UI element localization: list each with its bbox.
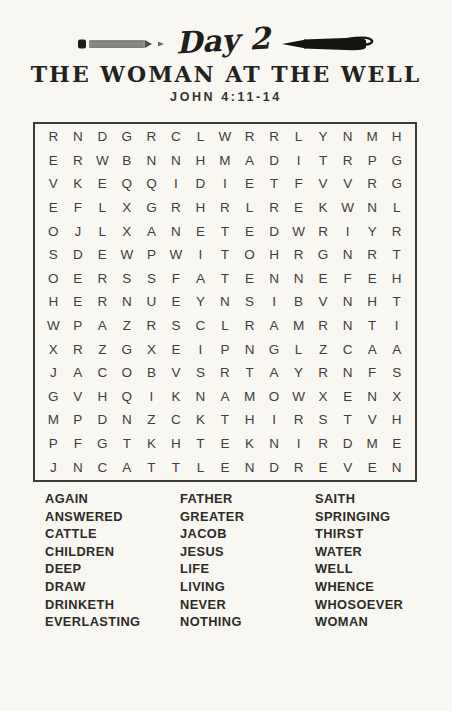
grid-cell-r7c11[interactable]: N <box>286 267 311 291</box>
word-item[interactable]: ANSWERED <box>45 508 180 526</box>
page-title: THE WOMAN AT THE WELL <box>0 61 452 87</box>
grid-cell-r1c15[interactable]: H <box>384 125 409 149</box>
grid-cell-r15c13[interactable]: V <box>335 455 360 479</box>
grid-cell-r5c1[interactable]: O <box>41 219 66 243</box>
grid-cell-r11c1[interactable]: J <box>41 361 66 385</box>
grid-cell-r4c8[interactable]: R <box>213 196 238 220</box>
grid-cell-r10c12[interactable]: Z <box>311 337 336 361</box>
grid-cell-r7c7[interactable]: A <box>188 267 213 291</box>
grid-cell-r5c6[interactable]: N <box>164 219 189 243</box>
grid-cell-r15c4[interactable]: A <box>115 455 140 479</box>
grid-cell-r8c9[interactable]: S <box>237 290 262 314</box>
grid-cell-r8c12[interactable]: V <box>311 290 336 314</box>
grid-cell-r5c11[interactable]: W <box>286 219 311 243</box>
header: Day 2 <box>0 24 452 64</box>
scripture-reference: JOHN 4:11-14 <box>0 90 452 104</box>
word-item[interactable]: WOMAN <box>315 613 432 631</box>
grid-cell-r4c6[interactable]: R <box>164 196 189 220</box>
grid-cell-r2c2[interactable]: R <box>66 149 91 173</box>
grid-cell-r14c9[interactable]: K <box>237 432 262 456</box>
word-item[interactable]: AGAIN <box>45 490 180 508</box>
grid-cell-r9c3[interactable]: A <box>90 314 115 338</box>
word-item[interactable]: CATTLE <box>45 525 180 543</box>
grid-cell-r3c2[interactable]: K <box>66 172 91 196</box>
grid-cell-r7c10[interactable]: N <box>262 267 287 291</box>
grid-cell-r2c7[interactable]: H <box>188 149 213 173</box>
grid-cell-r6c7[interactable]: I <box>188 243 213 267</box>
pencil-icon <box>78 36 164 52</box>
grid-cell-r1c10[interactable]: R <box>262 125 287 149</box>
grid-cell-r11c15[interactable]: S <box>384 361 409 385</box>
grid-cell-r14c6[interactable]: H <box>164 432 189 456</box>
grid-cell-r7c12[interactable]: E <box>311 267 336 291</box>
grid-cell-r8c10[interactable]: I <box>262 290 287 314</box>
grid-cell-r13c6[interactable]: C <box>164 408 189 432</box>
grid-cell-r13c5[interactable]: Z <box>139 408 164 432</box>
grid-cell-r8c7[interactable]: Y <box>188 290 213 314</box>
grid-cell-r1c5[interactable]: R <box>139 125 164 149</box>
grid-cell-r3c13[interactable]: V <box>335 172 360 196</box>
grid-cell-r6c11[interactable]: R <box>286 243 311 267</box>
grid-cell-r1c2[interactable]: N <box>66 125 91 149</box>
grid-cell-r10c1[interactable]: X <box>41 337 66 361</box>
word-item[interactable]: NOTHING <box>180 613 315 631</box>
grid-cell-r2c1[interactable]: E <box>41 149 66 173</box>
grid-cell-r14c7[interactable]: T <box>188 432 213 456</box>
grid-cell-r7c8[interactable]: T <box>213 267 238 291</box>
grid-cell-r7c2[interactable]: E <box>66 267 91 291</box>
grid-cell-r1c7[interactable]: L <box>188 125 213 149</box>
grid-cell-r8c1[interactable]: H <box>41 290 66 314</box>
grid-cell-r7c1[interactable]: O <box>41 267 66 291</box>
grid-cell-r15c3[interactable]: C <box>90 455 115 479</box>
grid-cell-r15c15[interactable]: N <box>384 455 409 479</box>
grid-cell-r14c12[interactable]: R <box>311 432 336 456</box>
grid-cell-r2c4[interactable]: B <box>115 149 140 173</box>
grid-cell-r14c10[interactable]: N <box>262 432 287 456</box>
grid-cell-r7c5[interactable]: S <box>139 267 164 291</box>
grid-cell-r3c12[interactable]: V <box>311 172 336 196</box>
grid-cell-r14c2[interactable]: F <box>66 432 91 456</box>
grid-cell-r11c3[interactable]: C <box>90 361 115 385</box>
grid-cell-r9c1[interactable]: W <box>41 314 66 338</box>
word-list: AGAINANSWEREDCATTLECHILDRENDEEPDRAWDRINK… <box>45 490 432 631</box>
grid-cell-r8c8[interactable]: N <box>213 290 238 314</box>
grid-cell-r6c15[interactable]: T <box>384 243 409 267</box>
grid-cell-r15c7[interactable]: L <box>188 455 213 479</box>
grid-cell-r8c2[interactable]: E <box>66 290 91 314</box>
grid-cell-r6c3[interactable]: E <box>90 243 115 267</box>
word-item[interactable]: WELL <box>315 560 432 578</box>
grid-cell-r13c14[interactable]: V <box>360 408 385 432</box>
grid-cell-r8c5[interactable]: U <box>139 290 164 314</box>
grid-cell-r14c8[interactable]: E <box>213 432 238 456</box>
word-item[interactable]: THIRST <box>315 525 432 543</box>
grid-cell-r7c15[interactable]: H <box>384 267 409 291</box>
grid-cell-r10c10[interactable]: G <box>262 337 287 361</box>
grid-cell-r1c4[interactable]: G <box>115 125 140 149</box>
grid-cell-r11c9[interactable]: T <box>237 361 262 385</box>
puzzle-page: Day 2 THE WOMAN AT THE WELL JOHN 4:11-14… <box>0 0 452 711</box>
grid-cell-r3c1[interactable]: V <box>41 172 66 196</box>
grid-cell-r9c15[interactable]: I <box>384 314 409 338</box>
grid-cell-r13c12[interactable]: S <box>311 408 336 432</box>
grid-cell-r3c8[interactable]: I <box>213 172 238 196</box>
grid-cell-r13c7[interactable]: K <box>188 408 213 432</box>
grid-cell-r9c4[interactable]: Z <box>115 314 140 338</box>
grid-cell-r12c1[interactable]: G <box>41 385 66 409</box>
grid-cell-r4c7[interactable]: H <box>188 196 213 220</box>
grid-cell-r14c14[interactable]: M <box>360 432 385 456</box>
grid-cell-r13c3[interactable]: D <box>90 408 115 432</box>
grid-cell-r10c11[interactable]: L <box>286 337 311 361</box>
grid-cell-r3c9[interactable]: E <box>237 172 262 196</box>
grid-cell-r11c4[interactable]: O <box>115 361 140 385</box>
grid-cell-r6c9[interactable]: O <box>237 243 262 267</box>
grid-cell-r7c6[interactable]: F <box>164 267 189 291</box>
grid-cell-r5c2[interactable]: J <box>66 219 91 243</box>
grid-cell-r3c3[interactable]: E <box>90 172 115 196</box>
grid-cell-r10c4[interactable]: G <box>115 337 140 361</box>
grid-cell-r12c15[interactable]: X <box>384 385 409 409</box>
grid-cell-r12c3[interactable]: H <box>90 385 115 409</box>
grid-cell-r15c8[interactable]: E <box>213 455 238 479</box>
grid-cell-r11c14[interactable]: F <box>360 361 385 385</box>
grid-cell-r5c4[interactable]: X <box>115 219 140 243</box>
grid-cell-r5c10[interactable]: D <box>262 219 287 243</box>
grid-cell-r2c15[interactable]: G <box>384 149 409 173</box>
grid-cell-r1c14[interactable]: M <box>360 125 385 149</box>
grid-cell-r13c4[interactable]: N <box>115 408 140 432</box>
grid-cell-r14c1[interactable]: P <box>41 432 66 456</box>
grid-cell-r7c9[interactable]: E <box>237 267 262 291</box>
word-item[interactable]: DRINKETH <box>45 596 180 614</box>
grid-cell-r5c14[interactable]: Y <box>360 219 385 243</box>
grid-cell-r4c13[interactable]: W <box>335 196 360 220</box>
grid-cell-r11c6[interactable]: V <box>164 361 189 385</box>
grid-cell-r9c5[interactable]: R <box>139 314 164 338</box>
grid-cell-r5c15[interactable]: R <box>384 219 409 243</box>
grid-cell-r1c3[interactable]: D <box>90 125 115 149</box>
grid-cell-r7c4[interactable]: S <box>115 267 140 291</box>
grid-cell-r11c11[interactable]: Y <box>286 361 311 385</box>
grid-cell-r6c12[interactable]: G <box>311 243 336 267</box>
grid-cell-r15c11[interactable]: R <box>286 455 311 479</box>
grid-cell-r14c3[interactable]: G <box>90 432 115 456</box>
word-item[interactable]: DEEP <box>45 560 180 578</box>
day-label: Day 2 <box>173 23 273 64</box>
grid-cell-r10c3[interactable]: Z <box>90 337 115 361</box>
grid-cell-r11c5[interactable]: B <box>139 361 164 385</box>
grid-cell-r4c1[interactable]: E <box>41 196 66 220</box>
grid-cell-r1c8[interactable]: W <box>213 125 238 149</box>
grid-cell-r13c11[interactable]: R <box>286 408 311 432</box>
grid-cell-r10c2[interactable]: R <box>66 337 91 361</box>
word-item[interactable]: NEVER <box>180 596 315 614</box>
grid-cell-r12c9[interactable]: M <box>237 385 262 409</box>
grid-cell-r12c2[interactable]: V <box>66 385 91 409</box>
grid-cell-r4c10[interactable]: R <box>262 196 287 220</box>
grid-cell-r9c8[interactable]: L <box>213 314 238 338</box>
grid-cell-r3c11[interactable]: F <box>286 172 311 196</box>
word-item[interactable]: JESUS <box>180 543 315 561</box>
grid-cell-r4c14[interactable]: N <box>360 196 385 220</box>
word-item[interactable]: DRAW <box>45 578 180 596</box>
grid-cell-r9c7[interactable]: C <box>188 314 213 338</box>
grid-cell-r13c13[interactable]: T <box>335 408 360 432</box>
grid-cell-r12c12[interactable]: X <box>311 385 336 409</box>
grid-cell-r12c6[interactable]: K <box>164 385 189 409</box>
grid-cell-r9c13[interactable]: N <box>335 314 360 338</box>
grid-cell-r3c15[interactable]: G <box>384 172 409 196</box>
grid-cell-r10c5[interactable]: X <box>139 337 164 361</box>
grid-cell-r12c7[interactable]: N <box>188 385 213 409</box>
grid-cell-r4c2[interactable]: F <box>66 196 91 220</box>
grid-cell-r3c14[interactable]: R <box>360 172 385 196</box>
grid-cell-r10c7[interactable]: I <box>188 337 213 361</box>
grid-cell-r13c15[interactable]: H <box>384 408 409 432</box>
grid-cell-r2c14[interactable]: P <box>360 149 385 173</box>
grid-cell-r2c9[interactable]: A <box>237 149 262 173</box>
word-item[interactable]: GREATER <box>180 508 315 526</box>
grid-cell-r9c11[interactable]: M <box>286 314 311 338</box>
grid-cell-r1c9[interactable]: R <box>237 125 262 149</box>
grid-cell-r10c15[interactable]: A <box>384 337 409 361</box>
grid-cell-r3c6[interactable]: I <box>164 172 189 196</box>
grid-cell-r1c1[interactable]: R <box>41 125 66 149</box>
grid-cell-r2c5[interactable]: N <box>139 149 164 173</box>
grid-cell-r9c10[interactable]: A <box>262 314 287 338</box>
word-item[interactable]: JACOB <box>180 525 315 543</box>
grid-cell-r3c4[interactable]: Q <box>115 172 140 196</box>
word-item[interactable]: SPRINGING <box>315 508 432 526</box>
grid-cell-r3c10[interactable]: T <box>262 172 287 196</box>
word-list-column-1: AGAINANSWEREDCATTLECHILDRENDEEPDRAWDRINK… <box>45 490 180 631</box>
grid-cell-r12c11[interactable]: W <box>286 385 311 409</box>
grid-cell-r5c5[interactable]: A <box>139 219 164 243</box>
word-item[interactable]: SAITH <box>315 490 432 508</box>
grid-cell-r11c12[interactable]: R <box>311 361 336 385</box>
grid-cell-r15c14[interactable]: E <box>360 455 385 479</box>
word-item[interactable]: EVERLASTING <box>45 613 180 631</box>
grid-cell-r2c11[interactable]: I <box>286 149 311 173</box>
grid-cell-r13c10[interactable]: I <box>262 408 287 432</box>
grid-cell-r4c5[interactable]: G <box>139 196 164 220</box>
pen-icon <box>282 36 374 52</box>
grid-cell-r6c1[interactable]: S <box>41 243 66 267</box>
grid-cell-r4c4[interactable]: X <box>115 196 140 220</box>
grid-cell-r10c6[interactable]: E <box>164 337 189 361</box>
word-item[interactable]: WHENCE <box>315 578 432 596</box>
grid-cell-r7c3[interactable]: R <box>90 267 115 291</box>
grid-cell-r4c12[interactable]: K <box>311 196 336 220</box>
grid-cell-r11c8[interactable]: R <box>213 361 238 385</box>
grid-cell-r5c3[interactable]: L <box>90 219 115 243</box>
word-list-column-3: SAITHSPRINGINGTHIRSTWATERWELLWHENCEWHOSO… <box>315 490 432 631</box>
grid-cell-r2c3[interactable]: W <box>90 149 115 173</box>
grid-cell-r12c8[interactable]: A <box>213 385 238 409</box>
grid-cell-r8c13[interactable]: N <box>335 290 360 314</box>
word-item[interactable]: LIVING <box>180 578 315 596</box>
grid-cell-r15c6[interactable]: T <box>164 455 189 479</box>
grid-cell-r12c14[interactable]: N <box>360 385 385 409</box>
grid-cell-r10c9[interactable]: N <box>237 337 262 361</box>
grid-cell-r6c8[interactable]: T <box>213 243 238 267</box>
word-item[interactable]: CHILDREN <box>45 543 180 561</box>
grid-cell-r2c8[interactable]: M <box>213 149 238 173</box>
grid-cell-r6c5[interactable]: P <box>139 243 164 267</box>
grid-cell-r12c13[interactable]: E <box>335 385 360 409</box>
word-list-column-2: FATHERGREATERJACOBJESUSLIFELIVINGNEVERNO… <box>180 490 315 631</box>
grid-cell-r12c4[interactable]: Q <box>115 385 140 409</box>
grid-cell-r4c3[interactable]: L <box>90 196 115 220</box>
grid-cell-r15c12[interactable]: E <box>311 455 336 479</box>
grid-cell-r5c13[interactable]: I <box>335 219 360 243</box>
grid-cell-r6c13[interactable]: N <box>335 243 360 267</box>
grid-cell-r13c9[interactable]: H <box>237 408 262 432</box>
grid-cell-r11c2[interactable]: A <box>66 361 91 385</box>
grid-cell-r3c7[interactable]: D <box>188 172 213 196</box>
word-item[interactable]: WATER <box>315 543 432 561</box>
grid-cell-r15c2[interactable]: N <box>66 455 91 479</box>
grid-cell-r4c15[interactable]: L <box>384 196 409 220</box>
grid-cell-r2c12[interactable]: T <box>311 149 336 173</box>
grid-cell-r2c10[interactable]: D <box>262 149 287 173</box>
grid-cell-r6c4[interactable]: W <box>115 243 140 267</box>
grid-cell-r8c6[interactable]: E <box>164 290 189 314</box>
grid-cell-r14c13[interactable]: D <box>335 432 360 456</box>
grid-cell-r14c11[interactable]: I <box>286 432 311 456</box>
word-item[interactable]: LIFE <box>180 560 315 578</box>
grid-cell-r5c12[interactable]: R <box>311 219 336 243</box>
grid-cell-r3c5[interactable]: Q <box>139 172 164 196</box>
grid-cell-r15c10[interactable]: D <box>262 455 287 479</box>
grid-cell-r9c6[interactable]: S <box>164 314 189 338</box>
grid-cell-r14c5[interactable]: K <box>139 432 164 456</box>
grid-cell-r12c10[interactable]: O <box>262 385 287 409</box>
grid-cell-r15c1[interactable]: J <box>41 455 66 479</box>
grid-cell-r4c11[interactable]: E <box>286 196 311 220</box>
grid-cell-r5c7[interactable]: E <box>188 219 213 243</box>
grid-cell-r9c12[interactable]: R <box>311 314 336 338</box>
grid-cell-r11c7[interactable]: S <box>188 361 213 385</box>
grid-cell-r8c15[interactable]: T <box>384 290 409 314</box>
grid-cell-r6c10[interactable]: H <box>262 243 287 267</box>
grid-cell-r2c6[interactable]: N <box>164 149 189 173</box>
grid-cell-r8c3[interactable]: R <box>90 290 115 314</box>
grid-cell-r8c14[interactable]: H <box>360 290 385 314</box>
grid-cell-r4c9[interactable]: L <box>237 196 262 220</box>
grid-cell-r9c9[interactable]: R <box>237 314 262 338</box>
word-search-grid: RNDGRCLWRRLYNMHERWBNNHMADITRPGVKEQQIDIET… <box>33 122 417 482</box>
grid-cell-r8c4[interactable]: N <box>115 290 140 314</box>
word-item[interactable]: FATHER <box>180 490 315 508</box>
grid-cell-r2c13[interactable]: R <box>335 149 360 173</box>
grid-cell-r1c11[interactable]: L <box>286 125 311 149</box>
grid-cell-r6c6[interactable]: W <box>164 243 189 267</box>
grid-cell-r15c9[interactable]: N <box>237 455 262 479</box>
grid-cell-r1c6[interactable]: C <box>164 125 189 149</box>
word-item[interactable]: WHOSOEVER <box>315 596 432 614</box>
grid-cell-r12c5[interactable]: I <box>139 385 164 409</box>
grid-cell-r14c15[interactable]: E <box>384 432 409 456</box>
grid-cell-r11c10[interactable]: A <box>262 361 287 385</box>
grid-cell-r10c8[interactable]: P <box>213 337 238 361</box>
grid-cell-r14c4[interactable]: T <box>115 432 140 456</box>
grid-cell-r7c13[interactable]: F <box>335 267 360 291</box>
grid-cell-r6c2[interactable]: D <box>66 243 91 267</box>
grid-cell-r9c14[interactable]: T <box>360 314 385 338</box>
grid-cell-r9c2[interactable]: P <box>66 314 91 338</box>
grid-cell-r11c13[interactable]: N <box>335 361 360 385</box>
grid-cell-r1c12[interactable]: Y <box>311 125 336 149</box>
grid-cell-r5c9[interactable]: E <box>237 219 262 243</box>
grid-cell-r13c2[interactable]: P <box>66 408 91 432</box>
grid-cell-r10c14[interactable]: A <box>360 337 385 361</box>
grid-cell-r7c14[interactable]: E <box>360 267 385 291</box>
grid-cell-r5c8[interactable]: T <box>213 219 238 243</box>
grid-cell-r6c14[interactable]: R <box>360 243 385 267</box>
grid-cell-r1c13[interactable]: N <box>335 125 360 149</box>
grid-cell-r13c1[interactable]: M <box>41 408 66 432</box>
grid-cell-r15c5[interactable]: T <box>139 455 164 479</box>
grid-cell-r10c13[interactable]: C <box>335 337 360 361</box>
grid-cell-r8c11[interactable]: B <box>286 290 311 314</box>
grid-cell-r13c8[interactable]: T <box>213 408 238 432</box>
